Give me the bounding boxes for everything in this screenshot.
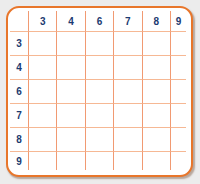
answer-cell-r6-c7[interactable]: [113, 79, 141, 103]
answer-cell-r3-c4[interactable]: [56, 31, 84, 55]
answer-cell-r7-c9[interactable]: [170, 103, 186, 127]
answer-cell-r9-c9[interactable]: [170, 151, 186, 170]
answer-cell-r4-c7[interactable]: [113, 55, 141, 79]
row-header-4: 4: [10, 55, 28, 79]
answer-cell-r8-c7[interactable]: [113, 127, 141, 151]
corner-cell: [10, 11, 28, 31]
answer-cell-r3-c6[interactable]: [85, 31, 113, 55]
row-header-8: 8: [10, 127, 28, 151]
multiplication-board: 346789346789: [6, 6, 193, 177]
row-header-3: 3: [10, 31, 28, 55]
answer-cell-r6-c4[interactable]: [56, 79, 84, 103]
col-header-4: 4: [56, 11, 84, 31]
answer-cell-r6-c3[interactable]: [28, 79, 56, 103]
answer-cell-r7-c8[interactable]: [142, 103, 170, 127]
answer-cell-r8-c3[interactable]: [28, 127, 56, 151]
answer-cell-r8-c4[interactable]: [56, 127, 84, 151]
answer-cell-r4-c8[interactable]: [142, 55, 170, 79]
answer-cell-r4-c4[interactable]: [56, 55, 84, 79]
answer-cell-r4-c6[interactable]: [85, 55, 113, 79]
answer-cell-r4-c9[interactable]: [170, 55, 186, 79]
answer-cell-r3-c9[interactable]: [170, 31, 186, 55]
answer-cell-r3-c8[interactable]: [142, 31, 170, 55]
answer-cell-r8-c9[interactable]: [170, 127, 186, 151]
answer-cell-r3-c7[interactable]: [113, 31, 141, 55]
row-header-6: 6: [10, 79, 28, 103]
answer-cell-r7-c4[interactable]: [56, 103, 84, 127]
col-header-8: 8: [142, 11, 170, 31]
row-header-9: 9: [10, 151, 28, 170]
col-header-7: 7: [113, 11, 141, 31]
answer-cell-r9-c6[interactable]: [85, 151, 113, 170]
col-header-9: 9: [170, 11, 186, 31]
answer-cell-r6-c8[interactable]: [142, 79, 170, 103]
answer-cell-r4-c3[interactable]: [28, 55, 56, 79]
answer-cell-r7-c3[interactable]: [28, 103, 56, 127]
col-header-6: 6: [85, 11, 113, 31]
answer-cell-r9-c8[interactable]: [142, 151, 170, 170]
multiplication-grid: 346789346789: [10, 11, 186, 170]
answer-cell-r9-c3[interactable]: [28, 151, 56, 170]
col-header-3: 3: [28, 11, 56, 31]
row-header-7: 7: [10, 103, 28, 127]
answer-cell-r8-c6[interactable]: [85, 127, 113, 151]
answer-cell-r7-c6[interactable]: [85, 103, 113, 127]
answer-cell-r8-c8[interactable]: [142, 127, 170, 151]
answer-cell-r7-c7[interactable]: [113, 103, 141, 127]
answer-cell-r6-c6[interactable]: [85, 79, 113, 103]
answer-cell-r9-c7[interactable]: [113, 151, 141, 170]
answer-cell-r3-c3[interactable]: [28, 31, 56, 55]
answer-cell-r6-c9[interactable]: [170, 79, 186, 103]
answer-cell-r9-c4[interactable]: [56, 151, 84, 170]
